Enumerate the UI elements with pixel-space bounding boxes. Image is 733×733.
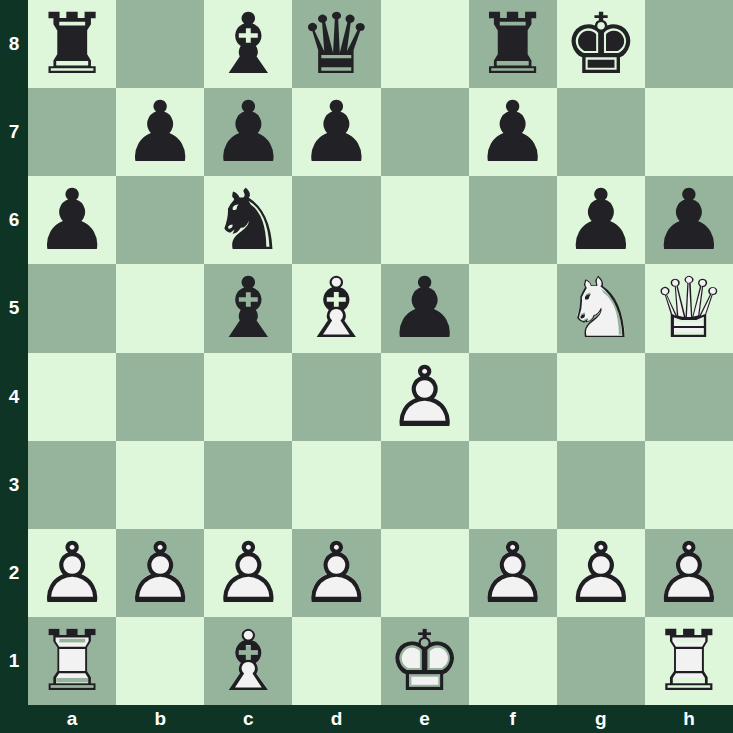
black-pawn-piece: ♟ bbox=[292, 88, 380, 176]
square-h1[interactable]: ♜♖ bbox=[645, 617, 733, 705]
white-rook-piece: ♜♖ bbox=[28, 617, 116, 705]
square-f1[interactable] bbox=[469, 617, 557, 705]
white-pawn-piece: ♟♙ bbox=[645, 529, 733, 617]
square-c8[interactable]: ♝ bbox=[204, 0, 292, 88]
rank-label-1: 1 bbox=[0, 617, 28, 705]
square-d5[interactable]: ♝♗ bbox=[292, 264, 380, 352]
black-pawn-piece: ♟ bbox=[28, 176, 116, 264]
square-e7[interactable] bbox=[381, 88, 469, 176]
square-a4[interactable] bbox=[28, 353, 116, 441]
square-g1[interactable] bbox=[557, 617, 645, 705]
black-pawn-piece: ♟ bbox=[469, 88, 557, 176]
square-c1[interactable]: ♝♗ bbox=[204, 617, 292, 705]
square-b4[interactable] bbox=[116, 353, 204, 441]
black-queen-piece: ♛ bbox=[292, 0, 380, 88]
square-c3[interactable] bbox=[204, 441, 292, 529]
black-knight-piece: ♞ bbox=[204, 176, 292, 264]
square-d3[interactable] bbox=[292, 441, 380, 529]
file-label-e: e bbox=[381, 705, 469, 733]
rank-label-8: 8 bbox=[0, 0, 28, 88]
square-a8[interactable]: ♜ bbox=[28, 0, 116, 88]
white-rook-piece: ♜♖ bbox=[645, 617, 733, 705]
square-e3[interactable] bbox=[381, 441, 469, 529]
square-g2[interactable]: ♟♙ bbox=[557, 529, 645, 617]
square-d2[interactable]: ♟♙ bbox=[292, 529, 380, 617]
square-e4[interactable]: ♟♙ bbox=[381, 353, 469, 441]
black-pawn-piece: ♟ bbox=[557, 176, 645, 264]
rank-label-3: 3 bbox=[0, 441, 28, 529]
file-label-d: d bbox=[292, 705, 380, 733]
file-label-b: b bbox=[116, 705, 204, 733]
rank-label-4: 4 bbox=[0, 353, 28, 441]
square-e8[interactable] bbox=[381, 0, 469, 88]
square-h4[interactable] bbox=[645, 353, 733, 441]
square-h7[interactable] bbox=[645, 88, 733, 176]
square-f2[interactable]: ♟♙ bbox=[469, 529, 557, 617]
square-c7[interactable]: ♟ bbox=[204, 88, 292, 176]
square-d8[interactable]: ♛ bbox=[292, 0, 380, 88]
square-h6[interactable]: ♟ bbox=[645, 176, 733, 264]
black-king-piece: ♚ bbox=[557, 0, 645, 88]
square-c5[interactable]: ♝ bbox=[204, 264, 292, 352]
square-f6[interactable] bbox=[469, 176, 557, 264]
white-pawn-piece: ♟♙ bbox=[28, 529, 116, 617]
file-label-a: a bbox=[28, 705, 116, 733]
square-h2[interactable]: ♟♙ bbox=[645, 529, 733, 617]
square-g8[interactable]: ♚ bbox=[557, 0, 645, 88]
square-f3[interactable] bbox=[469, 441, 557, 529]
rank-labels: 87654321 bbox=[0, 0, 28, 705]
square-h8[interactable] bbox=[645, 0, 733, 88]
square-e5[interactable]: ♟ bbox=[381, 264, 469, 352]
white-bishop-piece: ♝♗ bbox=[204, 617, 292, 705]
square-c4[interactable] bbox=[204, 353, 292, 441]
square-b8[interactable] bbox=[116, 0, 204, 88]
square-f5[interactable] bbox=[469, 264, 557, 352]
square-c2[interactable]: ♟♙ bbox=[204, 529, 292, 617]
black-pawn-piece: ♟ bbox=[204, 88, 292, 176]
square-a5[interactable] bbox=[28, 264, 116, 352]
square-d6[interactable] bbox=[292, 176, 380, 264]
square-b2[interactable]: ♟♙ bbox=[116, 529, 204, 617]
square-d7[interactable]: ♟ bbox=[292, 88, 380, 176]
square-g5[interactable]: ♞♘ bbox=[557, 264, 645, 352]
square-a1[interactable]: ♜♖ bbox=[28, 617, 116, 705]
black-rook-piece: ♜ bbox=[28, 0, 116, 88]
white-pawn-piece: ♟♙ bbox=[204, 529, 292, 617]
white-pawn-piece: ♟♙ bbox=[292, 529, 380, 617]
square-a3[interactable] bbox=[28, 441, 116, 529]
black-bishop-piece: ♝ bbox=[204, 0, 292, 88]
white-queen-piece: ♛♕ bbox=[645, 264, 733, 352]
square-h3[interactable] bbox=[645, 441, 733, 529]
white-pawn-piece: ♟♙ bbox=[557, 529, 645, 617]
square-e1[interactable]: ♚♔ bbox=[381, 617, 469, 705]
rank-label-6: 6 bbox=[0, 176, 28, 264]
square-d1[interactable] bbox=[292, 617, 380, 705]
white-pawn-piece: ♟♙ bbox=[381, 353, 469, 441]
file-label-h: h bbox=[645, 705, 733, 733]
square-b3[interactable] bbox=[116, 441, 204, 529]
square-e2[interactable] bbox=[381, 529, 469, 617]
square-h5[interactable]: ♛♕ bbox=[645, 264, 733, 352]
square-c6[interactable]: ♞ bbox=[204, 176, 292, 264]
black-pawn-piece: ♟ bbox=[381, 264, 469, 352]
square-a6[interactable]: ♟ bbox=[28, 176, 116, 264]
square-a2[interactable]: ♟♙ bbox=[28, 529, 116, 617]
square-e6[interactable] bbox=[381, 176, 469, 264]
square-g6[interactable]: ♟ bbox=[557, 176, 645, 264]
file-label-g: g bbox=[557, 705, 645, 733]
square-f4[interactable] bbox=[469, 353, 557, 441]
square-a7[interactable] bbox=[28, 88, 116, 176]
black-pawn-piece: ♟ bbox=[645, 176, 733, 264]
square-d4[interactable] bbox=[292, 353, 380, 441]
rank-label-2: 2 bbox=[0, 529, 28, 617]
file-labels: abcdefgh bbox=[28, 705, 733, 733]
square-b5[interactable] bbox=[116, 264, 204, 352]
white-bishop-piece: ♝♗ bbox=[292, 264, 380, 352]
black-pawn-piece: ♟ bbox=[116, 88, 204, 176]
chess-board: ♜♝♛♜♚♟♟♟♟♟♞♟♟♝♝♗♟♞♘♛♕♟♙♟♙♟♙♟♙♟♙♟♙♟♙♟♙♜♖♝… bbox=[28, 0, 733, 705]
white-pawn-piece: ♟♙ bbox=[469, 529, 557, 617]
square-b6[interactable] bbox=[116, 176, 204, 264]
square-g3[interactable] bbox=[557, 441, 645, 529]
square-b1[interactable] bbox=[116, 617, 204, 705]
square-g7[interactable] bbox=[557, 88, 645, 176]
rank-label-5: 5 bbox=[0, 264, 28, 352]
square-b7[interactable]: ♟ bbox=[116, 88, 204, 176]
white-pawn-piece: ♟♙ bbox=[116, 529, 204, 617]
square-f8[interactable]: ♜ bbox=[469, 0, 557, 88]
white-king-piece: ♚♔ bbox=[381, 617, 469, 705]
black-rook-piece: ♜ bbox=[469, 0, 557, 88]
file-label-f: f bbox=[469, 705, 557, 733]
rank-label-7: 7 bbox=[0, 88, 28, 176]
file-label-c: c bbox=[204, 705, 292, 733]
black-bishop-piece: ♝ bbox=[204, 264, 292, 352]
square-f7[interactable]: ♟ bbox=[469, 88, 557, 176]
square-g4[interactable] bbox=[557, 353, 645, 441]
white-knight-piece: ♞♘ bbox=[557, 264, 645, 352]
